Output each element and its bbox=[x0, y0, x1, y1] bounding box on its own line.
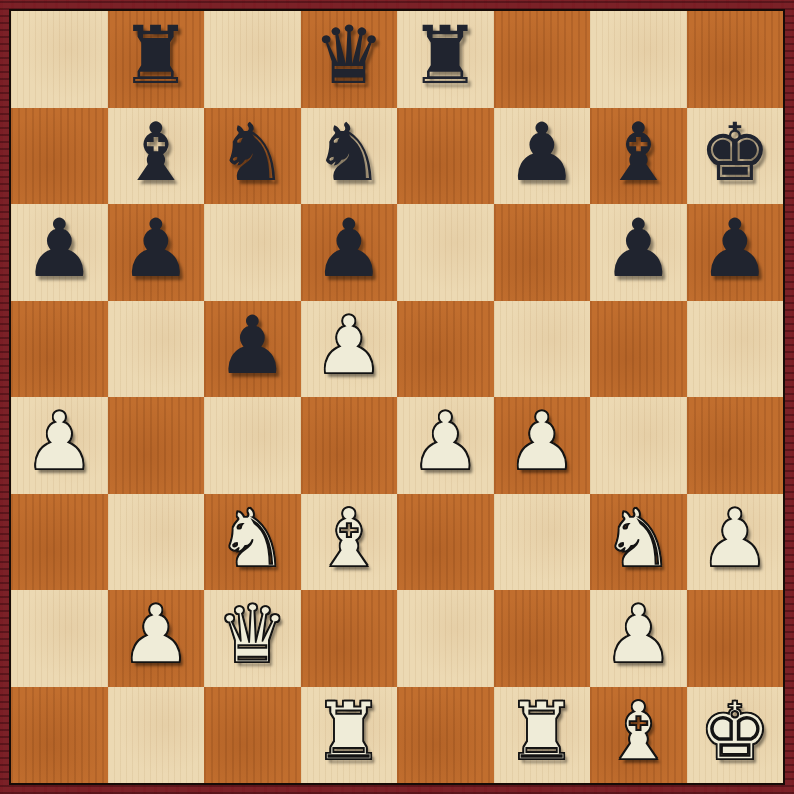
square-e8[interactable]: ♜ bbox=[397, 11, 494, 108]
square-b4[interactable] bbox=[108, 397, 205, 494]
piece-white-pawn-a4[interactable]: ♟ bbox=[23, 402, 95, 482]
square-a7[interactable] bbox=[11, 108, 108, 205]
square-e1[interactable] bbox=[397, 687, 494, 784]
square-b6[interactable]: ♟ bbox=[108, 204, 205, 301]
piece-black-bishop-b7[interactable]: ♝ bbox=[120, 113, 192, 193]
piece-white-knight-c3[interactable]: ♞ bbox=[216, 499, 288, 579]
square-g4[interactable] bbox=[590, 397, 687, 494]
square-f5[interactable] bbox=[494, 301, 591, 398]
square-b8[interactable]: ♜ bbox=[108, 11, 205, 108]
square-c5[interactable]: ♟ bbox=[204, 301, 301, 398]
square-f3[interactable] bbox=[494, 494, 591, 591]
piece-white-pawn-e4[interactable]: ♟ bbox=[409, 402, 481, 482]
piece-white-pawn-g2[interactable]: ♟ bbox=[602, 595, 674, 675]
piece-white-pawn-h3[interactable]: ♟ bbox=[699, 499, 771, 579]
square-h7[interactable]: ♚ bbox=[687, 108, 784, 205]
piece-black-rook-e8[interactable]: ♜ bbox=[409, 16, 481, 96]
square-d6[interactable]: ♟ bbox=[301, 204, 398, 301]
square-h1[interactable]: ♚ bbox=[687, 687, 784, 784]
square-a1[interactable] bbox=[11, 687, 108, 784]
square-f6[interactable] bbox=[494, 204, 591, 301]
piece-black-king-h7[interactable]: ♚ bbox=[699, 113, 771, 193]
square-g5[interactable] bbox=[590, 301, 687, 398]
square-b7[interactable]: ♝ bbox=[108, 108, 205, 205]
square-a3[interactable] bbox=[11, 494, 108, 591]
square-e3[interactable] bbox=[397, 494, 494, 591]
square-h4[interactable] bbox=[687, 397, 784, 494]
square-h3[interactable]: ♟ bbox=[687, 494, 784, 591]
piece-black-knight-c7[interactable]: ♞ bbox=[216, 113, 288, 193]
square-d1[interactable]: ♜ bbox=[301, 687, 398, 784]
square-b2[interactable]: ♟ bbox=[108, 590, 205, 687]
square-g8[interactable] bbox=[590, 11, 687, 108]
piece-black-knight-d7[interactable]: ♞ bbox=[313, 113, 385, 193]
piece-black-rook-b8[interactable]: ♜ bbox=[120, 16, 192, 96]
square-g2[interactable]: ♟ bbox=[590, 590, 687, 687]
square-e6[interactable] bbox=[397, 204, 494, 301]
chess-board: ♜♛♜♝♞♞♟♝♚♟♟♟♟♟♟♟♟♟♟♞♝♞♟♟♛♟♜♜♝♚ bbox=[9, 9, 785, 785]
square-c6[interactable] bbox=[204, 204, 301, 301]
piece-white-rook-f1[interactable]: ♜ bbox=[506, 692, 578, 772]
square-b5[interactable] bbox=[108, 301, 205, 398]
square-a2[interactable] bbox=[11, 590, 108, 687]
piece-black-pawn-g6[interactable]: ♟ bbox=[602, 209, 674, 289]
square-g7[interactable]: ♝ bbox=[590, 108, 687, 205]
square-d5[interactable]: ♟ bbox=[301, 301, 398, 398]
square-f8[interactable] bbox=[494, 11, 591, 108]
square-e7[interactable] bbox=[397, 108, 494, 205]
piece-black-pawn-f7[interactable]: ♟ bbox=[506, 113, 578, 193]
square-f1[interactable]: ♜ bbox=[494, 687, 591, 784]
square-f4[interactable]: ♟ bbox=[494, 397, 591, 494]
piece-white-pawn-d5[interactable]: ♟ bbox=[313, 306, 385, 386]
square-b1[interactable] bbox=[108, 687, 205, 784]
square-g1[interactable]: ♝ bbox=[590, 687, 687, 784]
piece-white-queen-c2[interactable]: ♛ bbox=[216, 595, 288, 675]
square-f7[interactable]: ♟ bbox=[494, 108, 591, 205]
square-a4[interactable]: ♟ bbox=[11, 397, 108, 494]
square-d7[interactable]: ♞ bbox=[301, 108, 398, 205]
piece-black-pawn-c5[interactable]: ♟ bbox=[216, 306, 288, 386]
square-h2[interactable] bbox=[687, 590, 784, 687]
square-f2[interactable] bbox=[494, 590, 591, 687]
piece-white-bishop-g1[interactable]: ♝ bbox=[602, 692, 674, 772]
square-g6[interactable]: ♟ bbox=[590, 204, 687, 301]
square-g3[interactable]: ♞ bbox=[590, 494, 687, 591]
square-d2[interactable] bbox=[301, 590, 398, 687]
square-d8[interactable]: ♛ bbox=[301, 11, 398, 108]
piece-white-knight-g3[interactable]: ♞ bbox=[602, 499, 674, 579]
square-a8[interactable] bbox=[11, 11, 108, 108]
square-e5[interactable] bbox=[397, 301, 494, 398]
piece-white-king-h1[interactable]: ♚ bbox=[699, 692, 771, 772]
piece-black-pawn-h6[interactable]: ♟ bbox=[699, 209, 771, 289]
square-e2[interactable] bbox=[397, 590, 494, 687]
square-d4[interactable] bbox=[301, 397, 398, 494]
square-h5[interactable] bbox=[687, 301, 784, 398]
piece-white-pawn-b2[interactable]: ♟ bbox=[120, 595, 192, 675]
square-d3[interactable]: ♝ bbox=[301, 494, 398, 591]
square-c1[interactable] bbox=[204, 687, 301, 784]
piece-black-pawn-b6[interactable]: ♟ bbox=[120, 209, 192, 289]
square-h6[interactable]: ♟ bbox=[687, 204, 784, 301]
piece-white-rook-d1[interactable]: ♜ bbox=[313, 692, 385, 772]
board-frame: ♜♛♜♝♞♞♟♝♚♟♟♟♟♟♟♟♟♟♟♞♝♞♟♟♛♟♜♜♝♚ bbox=[0, 0, 794, 794]
piece-black-pawn-a6[interactable]: ♟ bbox=[23, 209, 95, 289]
piece-white-bishop-d3[interactable]: ♝ bbox=[313, 499, 385, 579]
square-b3[interactable] bbox=[108, 494, 205, 591]
square-a6[interactable]: ♟ bbox=[11, 204, 108, 301]
square-c2[interactable]: ♛ bbox=[204, 590, 301, 687]
square-a5[interactable] bbox=[11, 301, 108, 398]
piece-white-pawn-f4[interactable]: ♟ bbox=[506, 402, 578, 482]
piece-black-pawn-d6[interactable]: ♟ bbox=[313, 209, 385, 289]
square-c8[interactable] bbox=[204, 11, 301, 108]
square-c4[interactable] bbox=[204, 397, 301, 494]
piece-black-queen-d8[interactable]: ♛ bbox=[313, 16, 385, 96]
square-c7[interactable]: ♞ bbox=[204, 108, 301, 205]
square-h8[interactable] bbox=[687, 11, 784, 108]
piece-black-bishop-g7[interactable]: ♝ bbox=[602, 113, 674, 193]
square-c3[interactable]: ♞ bbox=[204, 494, 301, 591]
square-e4[interactable]: ♟ bbox=[397, 397, 494, 494]
